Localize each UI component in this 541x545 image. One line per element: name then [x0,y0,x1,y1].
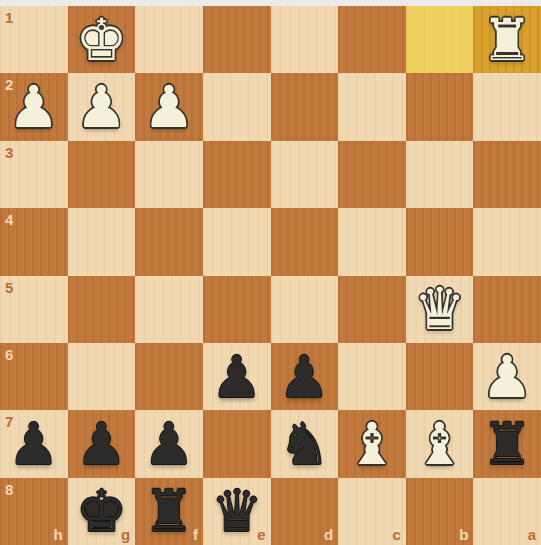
file-label-a: a [528,526,536,543]
square-g4[interactable] [68,208,136,275]
square-c2[interactable] [338,73,406,140]
square-b4[interactable] [406,208,474,275]
white-king[interactable]: ♚ [68,6,136,73]
page: 1♚♜2♟♟♟345♛6♟♟♟7♟♟♟♞♝♝♜8hg♚f♜e♛dcba [0,0,541,545]
black-king[interactable]: ♚ [68,478,136,545]
square-h3[interactable]: 3 [0,141,68,208]
white-pawn[interactable]: ♟ [68,73,136,140]
square-h5[interactable]: 5 [0,276,68,343]
square-e6[interactable]: ♟ [203,343,271,410]
square-e3[interactable] [203,141,271,208]
square-g7[interactable]: ♟ [68,410,136,477]
square-e7[interactable] [203,410,271,477]
square-e1[interactable] [203,6,271,73]
square-c4[interactable] [338,208,406,275]
square-h6[interactable]: 6 [0,343,68,410]
square-f3[interactable] [135,141,203,208]
black-rook[interactable]: ♜ [473,410,541,477]
square-a3[interactable] [473,141,541,208]
square-g8[interactable]: g♚ [68,478,136,545]
square-a2[interactable] [473,73,541,140]
square-g6[interactable] [68,343,136,410]
white-bishop[interactable]: ♝ [406,410,474,477]
square-d7[interactable]: ♞ [271,410,339,477]
square-a6[interactable]: ♟ [473,343,541,410]
file-label-c: c [392,526,400,543]
square-c3[interactable] [338,141,406,208]
square-e5[interactable] [203,276,271,343]
square-a1[interactable]: ♜ [473,6,541,73]
square-b6[interactable] [406,343,474,410]
black-pawn[interactable]: ♟ [0,410,68,477]
square-a4[interactable] [473,208,541,275]
square-d4[interactable] [271,208,339,275]
square-g1[interactable]: ♚ [68,6,136,73]
square-b2[interactable] [406,73,474,140]
square-c6[interactable] [338,343,406,410]
square-g5[interactable] [68,276,136,343]
rank-label-1: 1 [5,9,13,26]
square-a5[interactable] [473,276,541,343]
square-c5[interactable] [338,276,406,343]
rank-label-3: 3 [5,144,13,161]
square-f7[interactable]: ♟ [135,410,203,477]
file-label-d: d [324,526,333,543]
square-h4[interactable]: 4 [0,208,68,275]
square-h1[interactable]: 1 [0,6,68,73]
black-rook[interactable]: ♜ [135,478,203,545]
black-pawn[interactable]: ♟ [271,343,339,410]
square-f1[interactable] [135,6,203,73]
square-d5[interactable] [271,276,339,343]
square-h7[interactable]: 7♟ [0,410,68,477]
square-f6[interactable] [135,343,203,410]
square-e2[interactable] [203,73,271,140]
chess-board: 1♚♜2♟♟♟345♛6♟♟♟7♟♟♟♞♝♝♜8hg♚f♜e♛dcba [0,6,541,545]
square-d3[interactable] [271,141,339,208]
square-h8[interactable]: 8h [0,478,68,545]
square-e4[interactable] [203,208,271,275]
rank-label-8: 8 [5,481,13,498]
white-rook[interactable]: ♜ [473,6,541,73]
white-bishop[interactable]: ♝ [338,410,406,477]
white-pawn[interactable]: ♟ [0,73,68,140]
square-c7[interactable]: ♝ [338,410,406,477]
black-pawn[interactable]: ♟ [68,410,136,477]
square-b3[interactable] [406,141,474,208]
square-d8[interactable]: d [271,478,339,545]
black-knight[interactable]: ♞ [271,410,339,477]
square-g3[interactable] [68,141,136,208]
square-b8[interactable]: b [406,478,474,545]
black-pawn[interactable]: ♟ [203,343,271,410]
square-d2[interactable] [271,73,339,140]
square-f8[interactable]: f♜ [135,478,203,545]
black-queen[interactable]: ♛ [203,478,271,545]
square-f4[interactable] [135,208,203,275]
square-f5[interactable] [135,276,203,343]
square-b5[interactable]: ♛ [406,276,474,343]
square-b7[interactable]: ♝ [406,410,474,477]
square-h2[interactable]: 2♟ [0,73,68,140]
rank-label-5: 5 [5,279,13,296]
square-a7[interactable]: ♜ [473,410,541,477]
rank-label-4: 4 [5,211,13,228]
rank-label-6: 6 [5,346,13,363]
square-c8[interactable]: c [338,478,406,545]
square-b1[interactable] [406,6,474,73]
file-label-h: h [53,526,62,543]
square-a8[interactable]: a [473,478,541,545]
square-d1[interactable] [271,6,339,73]
square-d6[interactable]: ♟ [271,343,339,410]
square-c1[interactable] [338,6,406,73]
square-f2[interactable]: ♟ [135,73,203,140]
white-pawn[interactable]: ♟ [135,73,203,140]
square-e8[interactable]: e♛ [203,478,271,545]
black-pawn[interactable]: ♟ [135,410,203,477]
file-label-b: b [459,526,468,543]
square-g2[interactable]: ♟ [68,73,136,140]
white-queen[interactable]: ♛ [406,276,474,343]
white-pawn[interactable]: ♟ [473,343,541,410]
